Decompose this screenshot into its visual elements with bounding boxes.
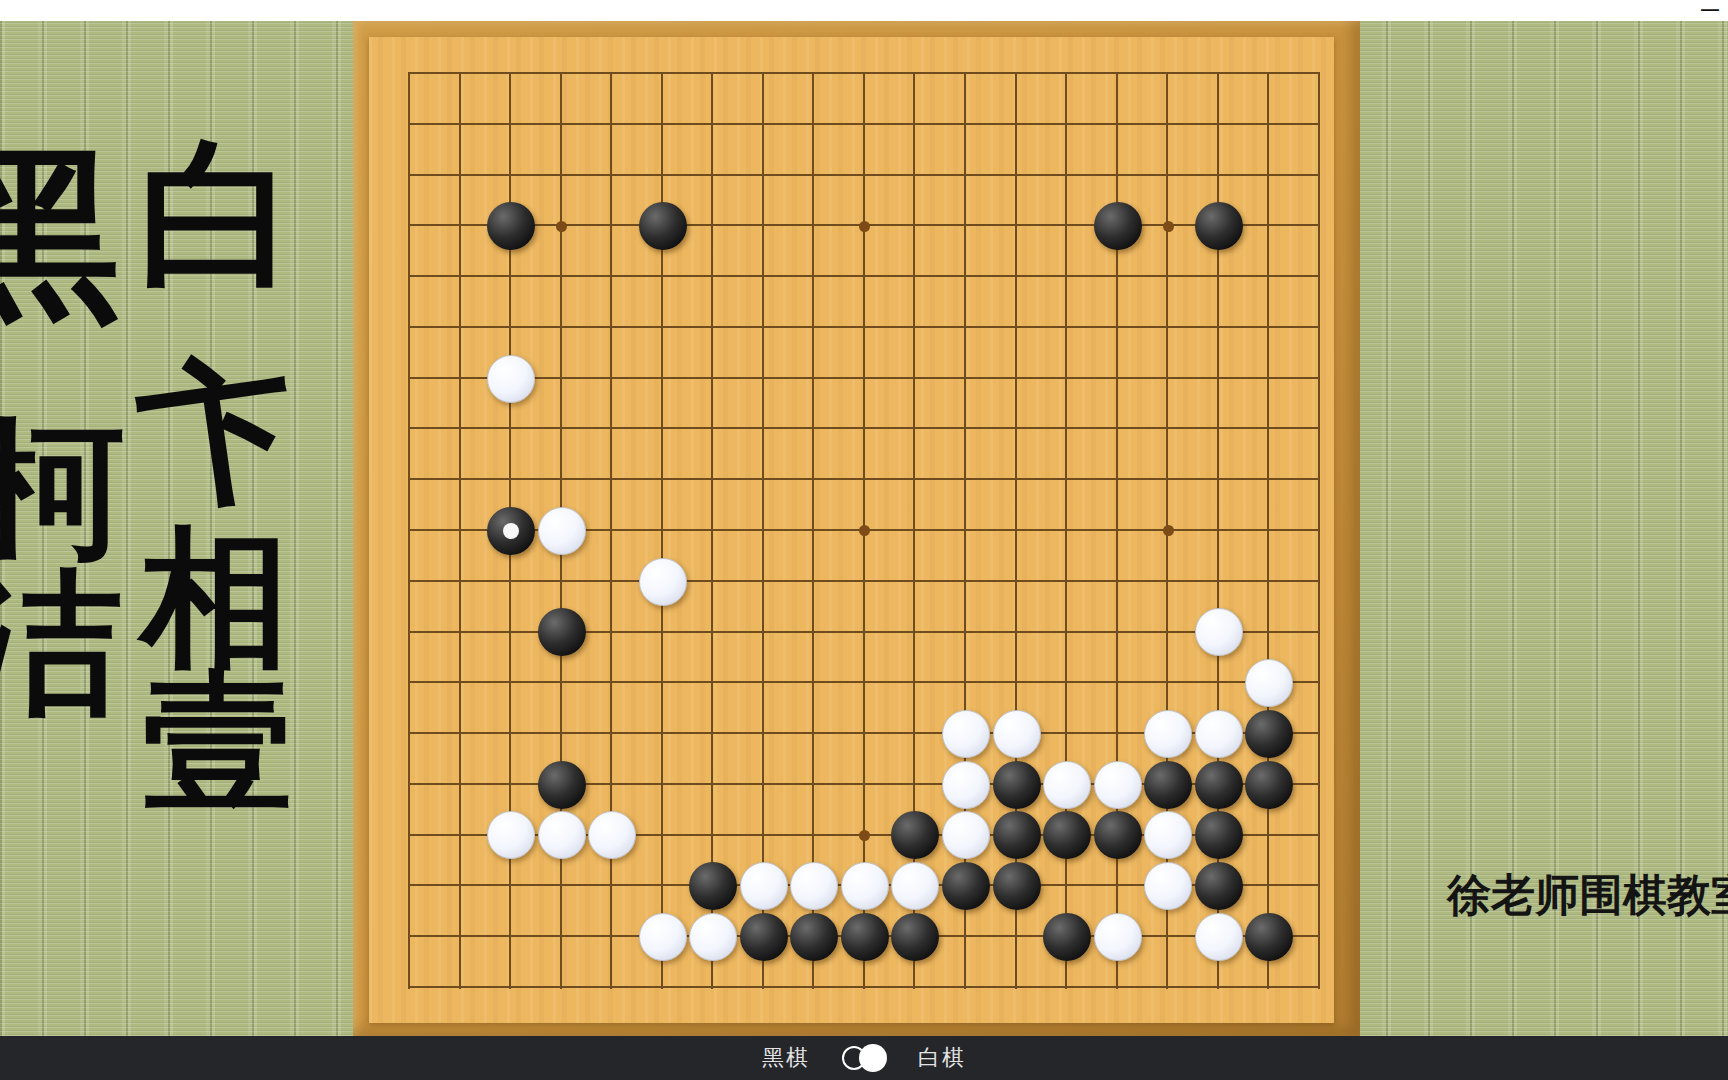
white-stone xyxy=(689,913,737,961)
white-stone xyxy=(487,811,535,859)
black-stone xyxy=(1094,202,1142,250)
white-stone xyxy=(1144,710,1192,758)
white-stone xyxy=(538,811,586,859)
black-player-name-char-1: 柯 xyxy=(0,414,125,564)
black-stone xyxy=(993,862,1041,910)
black-stone xyxy=(841,913,889,961)
black-stone xyxy=(993,811,1041,859)
black-stone xyxy=(1195,862,1243,910)
white-stone xyxy=(1195,608,1243,656)
black-stone xyxy=(1043,913,1091,961)
black-stone xyxy=(1245,761,1293,809)
black-stone xyxy=(487,202,535,250)
black-stone xyxy=(740,913,788,961)
white-stone xyxy=(1195,913,1243,961)
black-stone xyxy=(1195,202,1243,250)
white-stone xyxy=(487,355,535,403)
black-stone xyxy=(538,608,586,656)
black-player-name-char-2: 洁 xyxy=(0,566,123,721)
white-stone xyxy=(1195,710,1243,758)
white-stone xyxy=(993,710,1041,758)
white-player-color-label: 白 xyxy=(138,135,298,295)
star-point xyxy=(859,525,870,536)
white-stone xyxy=(740,862,788,910)
white-stone xyxy=(588,811,636,859)
black-stone xyxy=(1144,761,1192,809)
white-player-name-char-2: 相 xyxy=(140,523,290,673)
white-stone xyxy=(538,507,586,555)
white-stone xyxy=(942,811,990,859)
white-stone xyxy=(1094,913,1142,961)
white-stone xyxy=(942,710,990,758)
bottom-control-bar: 黑棋 白棋 xyxy=(0,1036,1728,1080)
black-stone xyxy=(891,811,939,859)
black-stone xyxy=(993,761,1041,809)
black-stone xyxy=(1094,811,1142,859)
white-player-name-char-3: 壹 xyxy=(143,667,293,817)
black-stone xyxy=(1043,811,1091,859)
star-point xyxy=(556,221,567,232)
white-side-label: 白棋 xyxy=(918,1043,966,1073)
channel-watermark: 徐老师围棋教室 xyxy=(1447,866,1728,925)
black-stone xyxy=(639,202,687,250)
black-stone xyxy=(487,507,535,555)
white-stone-toggle-icon xyxy=(859,1044,887,1072)
white-stone xyxy=(790,862,838,910)
white-stone xyxy=(639,558,687,606)
black-stone xyxy=(1195,811,1243,859)
go-review-app: { "window": { "minimize_icon": "—" }, "g… xyxy=(0,0,1728,1080)
black-side-label: 黑棋 xyxy=(762,1043,810,1073)
black-stone xyxy=(1245,913,1293,961)
white-stone xyxy=(1094,761,1142,809)
minimize-icon[interactable]: — xyxy=(1700,4,1720,18)
white-stone xyxy=(841,862,889,910)
white-player-name-char-1: 卞 xyxy=(130,345,305,520)
black-stone xyxy=(1195,761,1243,809)
black-stone xyxy=(1245,710,1293,758)
star-point xyxy=(859,221,870,232)
stone-grid[interactable] xyxy=(385,49,1345,1014)
white-stone xyxy=(1043,761,1091,809)
star-point xyxy=(1163,221,1174,232)
black-stone xyxy=(891,913,939,961)
go-board[interactable] xyxy=(353,21,1360,1036)
white-stone xyxy=(639,913,687,961)
black-player-color-label: 黑 xyxy=(0,143,121,328)
last-move-marker xyxy=(503,523,519,539)
white-stone xyxy=(891,862,939,910)
star-point xyxy=(1163,525,1174,536)
black-stone xyxy=(538,761,586,809)
star-point xyxy=(859,830,870,841)
white-stone xyxy=(1245,659,1293,707)
white-stone xyxy=(1144,862,1192,910)
color-toggle[interactable] xyxy=(838,1043,890,1073)
white-stone xyxy=(1144,811,1192,859)
white-stone xyxy=(942,761,990,809)
video-stage: 黑 柯 洁 白 卞 相 壹 徐老师围棋教室 xyxy=(0,21,1728,1036)
black-stone xyxy=(942,862,990,910)
black-stone xyxy=(689,862,737,910)
title-bar: — xyxy=(0,0,1728,21)
black-stone xyxy=(790,913,838,961)
